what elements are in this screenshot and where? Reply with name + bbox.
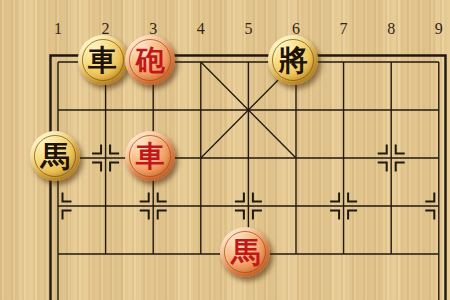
point-marker [158,211,167,220]
point-marker [378,145,387,154]
piece-red-chariot[interactable]: 車 [125,131,175,181]
point-marker [348,193,357,202]
point-marker [110,163,119,172]
point-marker [110,145,119,154]
point-marker [396,163,405,172]
column-label-5: 5 [244,20,252,38]
column-label-1: 1 [54,20,62,38]
point-marker [92,163,101,172]
column-label-8: 8 [387,20,395,38]
point-marker [235,193,244,202]
column-label-4: 4 [197,20,205,38]
column-label-9: 9 [435,20,443,38]
piece-glyph: 將 [279,46,308,75]
point-marker [425,193,434,202]
point-marker [253,211,262,220]
piece-red-horse[interactable]: 馬 [220,227,270,277]
piece-glyph: 車 [136,142,165,171]
point-marker [140,193,149,202]
point-marker [330,193,339,202]
piece-black-horse[interactable]: 馬 [30,131,80,181]
piece-glyph: 馬 [41,142,70,171]
point-marker [330,211,339,220]
point-marker [140,211,149,220]
piece-glyph: 車 [88,46,117,75]
point-marker [396,145,405,154]
point-marker [63,193,72,202]
point-marker [348,211,357,220]
point-marker [92,145,101,154]
point-marker [158,193,167,202]
point-marker [425,211,434,220]
piece-glyph: 馬 [231,238,260,267]
point-marker [235,211,244,220]
point-marker [63,211,72,220]
point-marker [253,193,262,202]
piece-red-cannon[interactable]: 砲 [125,35,175,85]
column-label-7: 7 [340,20,348,38]
piece-black-general[interactable]: 將 [268,35,318,85]
piece-glyph: 砲 [136,46,165,75]
piece-black-chariot[interactable]: 車 [78,35,128,85]
xiangqi-board: 123456789 車砲將馬車馬 [0,0,450,300]
point-marker [378,163,387,172]
